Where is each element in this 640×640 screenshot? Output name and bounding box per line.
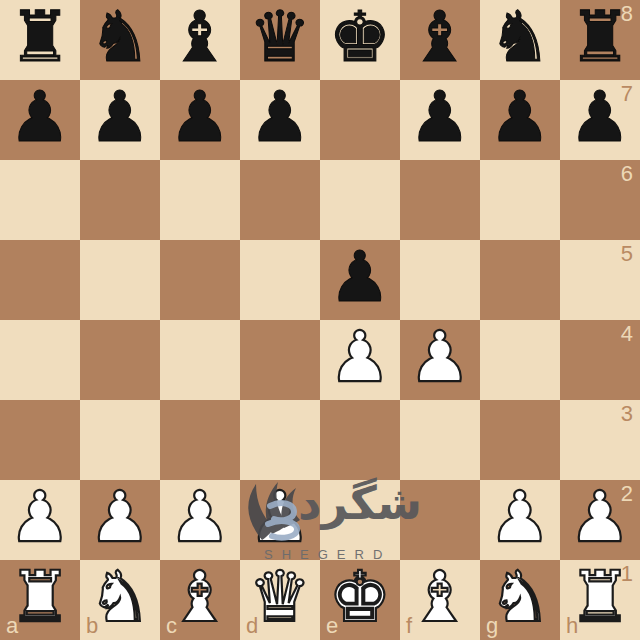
square-c5[interactable] xyxy=(160,240,240,320)
file-label-b: b xyxy=(86,615,98,637)
square-b5[interactable] xyxy=(80,240,160,320)
piece-black-queen[interactable]: ♛ xyxy=(249,0,312,77)
square-c7[interactable]: ♟ xyxy=(160,80,240,160)
square-b6[interactable] xyxy=(80,160,160,240)
piece-black-pawn[interactable]: ♟ xyxy=(89,77,152,157)
square-f6[interactable] xyxy=(400,160,480,240)
square-a1[interactable]: ♜a xyxy=(0,560,80,640)
square-h6[interactable]: 6 xyxy=(560,160,640,240)
square-d5[interactable] xyxy=(240,240,320,320)
square-b7[interactable]: ♟ xyxy=(80,80,160,160)
square-g8[interactable]: ♞ xyxy=(480,0,560,80)
square-c2[interactable]: ♟ xyxy=(160,480,240,560)
square-g1[interactable]: ♞g xyxy=(480,560,560,640)
square-f1[interactable]: ♝f xyxy=(400,560,480,640)
square-e8[interactable]: ♚ xyxy=(320,0,400,80)
file-label-c: c xyxy=(166,615,177,637)
piece-black-bishop[interactable]: ♝ xyxy=(169,0,232,77)
piece-white-pawn[interactable]: ♟ xyxy=(489,477,552,557)
square-e4[interactable]: ♟ xyxy=(320,320,400,400)
square-d1[interactable]: ♛d xyxy=(240,560,320,640)
square-c3[interactable] xyxy=(160,400,240,480)
square-e2[interactable] xyxy=(320,480,400,560)
piece-black-pawn[interactable]: ♟ xyxy=(249,77,312,157)
square-g3[interactable] xyxy=(480,400,560,480)
piece-black-pawn[interactable]: ♟ xyxy=(169,77,232,157)
square-f8[interactable]: ♝ xyxy=(400,0,480,80)
file-label-e: e xyxy=(326,615,338,637)
piece-white-pawn[interactable]: ♟ xyxy=(89,477,152,557)
square-a6[interactable] xyxy=(0,160,80,240)
square-b8[interactable]: ♞ xyxy=(80,0,160,80)
square-g7[interactable]: ♟ xyxy=(480,80,560,160)
square-e7[interactable] xyxy=(320,80,400,160)
square-h4[interactable]: 4 xyxy=(560,320,640,400)
piece-black-pawn[interactable]: ♟ xyxy=(329,237,392,317)
square-e6[interactable] xyxy=(320,160,400,240)
square-g6[interactable] xyxy=(480,160,560,240)
square-h1[interactable]: ♜1h xyxy=(560,560,640,640)
piece-black-pawn[interactable]: ♟ xyxy=(9,77,72,157)
square-b4[interactable] xyxy=(80,320,160,400)
piece-white-pawn[interactable]: ♟ xyxy=(409,317,472,397)
piece-black-pawn[interactable]: ♟ xyxy=(409,77,472,157)
square-b2[interactable]: ♟ xyxy=(80,480,160,560)
square-d4[interactable] xyxy=(240,320,320,400)
square-d2[interactable]: ♟ xyxy=(240,480,320,560)
square-e3[interactable] xyxy=(320,400,400,480)
square-c4[interactable] xyxy=(160,320,240,400)
square-h2[interactable]: ♟2 xyxy=(560,480,640,560)
file-label-f: f xyxy=(406,615,412,637)
square-e1[interactable]: ♚e xyxy=(320,560,400,640)
square-c8[interactable]: ♝ xyxy=(160,0,240,80)
square-a8[interactable]: ♜ xyxy=(0,0,80,80)
rank-label-8: 8 xyxy=(621,3,633,25)
piece-white-bishop[interactable]: ♝ xyxy=(169,557,232,637)
square-a2[interactable]: ♟ xyxy=(0,480,80,560)
piece-black-rook[interactable]: ♜ xyxy=(9,0,72,77)
square-f5[interactable] xyxy=(400,240,480,320)
piece-white-pawn[interactable]: ♟ xyxy=(329,317,392,397)
rank-label-1: 1 xyxy=(621,563,633,585)
square-g4[interactable] xyxy=(480,320,560,400)
square-h7[interactable]: ♟7 xyxy=(560,80,640,160)
piece-black-king[interactable]: ♚ xyxy=(329,0,392,77)
square-c1[interactable]: ♝c xyxy=(160,560,240,640)
piece-black-pawn[interactable]: ♟ xyxy=(489,77,552,157)
square-d7[interactable]: ♟ xyxy=(240,80,320,160)
square-g5[interactable] xyxy=(480,240,560,320)
square-g2[interactable]: ♟ xyxy=(480,480,560,560)
rank-label-4: 4 xyxy=(621,323,633,345)
square-f4[interactable]: ♟ xyxy=(400,320,480,400)
rank-label-3: 3 xyxy=(621,403,633,425)
square-h5[interactable]: 5 xyxy=(560,240,640,320)
file-label-a: a xyxy=(6,615,18,637)
file-label-d: d xyxy=(246,615,258,637)
square-e5[interactable]: ♟ xyxy=(320,240,400,320)
piece-black-knight[interactable]: ♞ xyxy=(89,0,152,77)
square-f3[interactable] xyxy=(400,400,480,480)
square-f2[interactable] xyxy=(400,480,480,560)
square-d6[interactable] xyxy=(240,160,320,240)
square-f7[interactable]: ♟ xyxy=(400,80,480,160)
square-d8[interactable]: ♛ xyxy=(240,0,320,80)
piece-white-pawn[interactable]: ♟ xyxy=(249,477,312,557)
file-label-g: g xyxy=(486,615,498,637)
square-h8[interactable]: ♜8 xyxy=(560,0,640,80)
rank-label-5: 5 xyxy=(621,243,633,265)
square-h3[interactable]: 3 xyxy=(560,400,640,480)
chess-app: ♜♞♝♛♚♝♞♜8♟♟♟♟♟♟♟76♟5♟♟43♟♟♟♟♟♟2♜a♞b♝c♛d♚… xyxy=(0,0,640,640)
square-a3[interactable] xyxy=(0,400,80,480)
piece-white-bishop[interactable]: ♝ xyxy=(409,557,472,637)
square-a5[interactable] xyxy=(0,240,80,320)
square-b3[interactable] xyxy=(80,400,160,480)
rank-label-7: 7 xyxy=(621,83,633,105)
piece-black-bishop[interactable]: ♝ xyxy=(409,0,472,77)
chess-board[interactable]: ♜♞♝♛♚♝♞♜8♟♟♟♟♟♟♟76♟5♟♟43♟♟♟♟♟♟2♜a♞b♝c♛d♚… xyxy=(0,0,640,640)
square-d3[interactable] xyxy=(240,400,320,480)
piece-white-pawn[interactable]: ♟ xyxy=(9,477,72,557)
piece-black-knight[interactable]: ♞ xyxy=(489,0,552,77)
piece-white-pawn[interactable]: ♟ xyxy=(169,477,232,557)
square-b1[interactable]: ♞b xyxy=(80,560,160,640)
rank-label-2: 2 xyxy=(621,483,633,505)
square-c6[interactable] xyxy=(160,160,240,240)
square-a4[interactable] xyxy=(0,320,80,400)
square-a7[interactable]: ♟ xyxy=(0,80,80,160)
file-label-h: h xyxy=(566,615,578,637)
rank-label-6: 6 xyxy=(621,163,633,185)
